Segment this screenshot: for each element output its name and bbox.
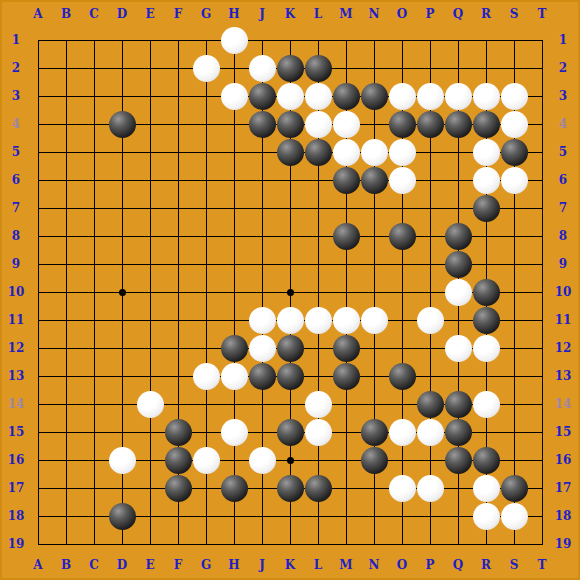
column-label: R: [474, 7, 498, 21]
black-stone-Q9: [445, 251, 472, 278]
white-stone-R18: [473, 503, 500, 530]
row-label: 16: [4, 453, 28, 467]
white-stone-O3: [389, 83, 416, 110]
column-label: Q: [446, 7, 470, 21]
black-stone-Q8: [445, 223, 472, 250]
row-label: 10: [4, 285, 28, 299]
white-stone-G2: [193, 55, 220, 82]
black-stone-L17: [305, 475, 332, 502]
white-stone-H15: [221, 419, 248, 446]
black-stone-D18: [109, 503, 136, 530]
black-stone-R4: [473, 111, 500, 138]
black-stone-K2: [277, 55, 304, 82]
row-label: 19: [4, 537, 28, 551]
row-label: 14: [551, 397, 575, 411]
row-label: 3: [4, 89, 28, 103]
row-label: 10: [551, 285, 575, 299]
white-stone-S3: [501, 83, 528, 110]
black-stone-R7: [473, 195, 500, 222]
black-stone-K4: [277, 111, 304, 138]
black-stone-H17: [221, 475, 248, 502]
black-stone-J4: [249, 111, 276, 138]
black-stone-K17: [277, 475, 304, 502]
white-stone-E14: [137, 391, 164, 418]
column-label: N: [362, 558, 386, 572]
white-stone-R17: [473, 475, 500, 502]
go-board-window: AABBCCDDEEFFGGHHJJKKLLMMNNOOPPQQRRSSTT11…: [0, 0, 580, 580]
column-label: O: [390, 7, 414, 21]
row-label: 17: [551, 481, 575, 495]
column-label: N: [362, 7, 386, 21]
black-stone-R10: [473, 279, 500, 306]
black-stone-J3: [249, 83, 276, 110]
column-label: P: [418, 7, 442, 21]
row-label: 12: [551, 341, 575, 355]
white-stone-H1: [221, 27, 248, 54]
column-label: E: [138, 7, 162, 21]
row-label: 18: [551, 509, 575, 523]
row-label: 17: [4, 481, 28, 495]
star-point: [119, 289, 126, 296]
black-stone-O13: [389, 363, 416, 390]
black-stone-F15: [165, 419, 192, 446]
row-label: 15: [551, 425, 575, 439]
row-label: 4: [551, 117, 575, 131]
row-label: 16: [551, 453, 575, 467]
black-stone-J13: [249, 363, 276, 390]
row-label: 12: [4, 341, 28, 355]
column-label: A: [26, 558, 50, 572]
black-stone-M8: [333, 223, 360, 250]
white-stone-K11: [277, 307, 304, 334]
white-stone-D16: [109, 447, 136, 474]
white-stone-R14: [473, 391, 500, 418]
column-label: H: [222, 7, 246, 21]
row-label: 13: [4, 369, 28, 383]
column-label: S: [502, 7, 526, 21]
white-stone-J2: [249, 55, 276, 82]
white-stone-G16: [193, 447, 220, 474]
black-stone-K5: [277, 139, 304, 166]
column-label: L: [306, 558, 330, 572]
white-stone-R12: [473, 335, 500, 362]
row-label: 7: [4, 201, 28, 215]
white-stone-H13: [221, 363, 248, 390]
column-label: K: [278, 7, 302, 21]
white-stone-Q10: [445, 279, 472, 306]
white-stone-P3: [417, 83, 444, 110]
column-label: Q: [446, 558, 470, 572]
white-stone-M4: [333, 111, 360, 138]
black-stone-O8: [389, 223, 416, 250]
black-stone-S5: [501, 139, 528, 166]
row-label: 1: [551, 33, 575, 47]
white-stone-P11: [417, 307, 444, 334]
white-stone-O5: [389, 139, 416, 166]
white-stone-O15: [389, 419, 416, 446]
black-stone-N16: [361, 447, 388, 474]
black-stone-F17: [165, 475, 192, 502]
black-stone-P4: [417, 111, 444, 138]
row-label: 5: [4, 145, 28, 159]
column-label: T: [530, 558, 554, 572]
column-label: P: [418, 558, 442, 572]
column-label: J: [250, 558, 274, 572]
white-stone-L3: [305, 83, 332, 110]
black-stone-Q15: [445, 419, 472, 446]
black-stone-L2: [305, 55, 332, 82]
row-label: 9: [551, 257, 575, 271]
row-label: 18: [4, 509, 28, 523]
column-label: F: [166, 7, 190, 21]
column-label: B: [54, 7, 78, 21]
white-stone-S18: [501, 503, 528, 530]
white-stone-L15: [305, 419, 332, 446]
white-stone-L4: [305, 111, 332, 138]
white-stone-R5: [473, 139, 500, 166]
white-stone-O6: [389, 167, 416, 194]
black-stone-D4: [109, 111, 136, 138]
row-label: 8: [4, 229, 28, 243]
column-label: S: [502, 558, 526, 572]
white-stone-H3: [221, 83, 248, 110]
row-label: 11: [4, 313, 28, 327]
column-label: D: [110, 7, 134, 21]
white-stone-L14: [305, 391, 332, 418]
white-stone-M5: [333, 139, 360, 166]
black-stone-F16: [165, 447, 192, 474]
row-label: 2: [4, 61, 28, 75]
black-stone-K15: [277, 419, 304, 446]
column-label: M: [334, 7, 358, 21]
white-stone-O17: [389, 475, 416, 502]
black-stone-N3: [361, 83, 388, 110]
row-label: 5: [551, 145, 575, 159]
black-stone-M3: [333, 83, 360, 110]
column-label: D: [110, 558, 134, 572]
row-label: 2: [551, 61, 575, 75]
column-label: B: [54, 558, 78, 572]
black-stone-Q4: [445, 111, 472, 138]
white-stone-M11: [333, 307, 360, 334]
column-label: T: [530, 7, 554, 21]
column-label: J: [250, 7, 274, 21]
star-point: [287, 289, 294, 296]
column-label: A: [26, 7, 50, 21]
black-stone-M12: [333, 335, 360, 362]
black-stone-N15: [361, 419, 388, 446]
white-stone-J11: [249, 307, 276, 334]
black-stone-S17: [501, 475, 528, 502]
white-stone-K3: [277, 83, 304, 110]
black-stone-R11: [473, 307, 500, 334]
column-label: C: [82, 7, 106, 21]
white-stone-G13: [193, 363, 220, 390]
column-label: G: [194, 7, 218, 21]
column-label: C: [82, 558, 106, 572]
white-stone-R3: [473, 83, 500, 110]
white-stone-J16: [249, 447, 276, 474]
white-stone-R6: [473, 167, 500, 194]
row-label: 13: [551, 369, 575, 383]
black-stone-R16: [473, 447, 500, 474]
row-label: 14: [4, 397, 28, 411]
column-label: L: [306, 7, 330, 21]
row-label: 19: [551, 537, 575, 551]
white-stone-Q12: [445, 335, 472, 362]
white-stone-J12: [249, 335, 276, 362]
black-stone-L5: [305, 139, 332, 166]
black-stone-K13: [277, 363, 304, 390]
row-label: 6: [551, 173, 575, 187]
column-label: E: [138, 558, 162, 572]
white-stone-Q3: [445, 83, 472, 110]
black-stone-O4: [389, 111, 416, 138]
column-label: G: [194, 558, 218, 572]
row-label: 8: [551, 229, 575, 243]
row-label: 3: [551, 89, 575, 103]
black-stone-N6: [361, 167, 388, 194]
white-stone-S6: [501, 167, 528, 194]
white-stone-P17: [417, 475, 444, 502]
white-stone-P15: [417, 419, 444, 446]
white-stone-L11: [305, 307, 332, 334]
column-label: R: [474, 558, 498, 572]
row-label: 4: [4, 117, 28, 131]
black-stone-M6: [333, 167, 360, 194]
column-label: F: [166, 558, 190, 572]
column-label: M: [334, 558, 358, 572]
row-label: 1: [4, 33, 28, 47]
row-label: 6: [4, 173, 28, 187]
white-stone-S4: [501, 111, 528, 138]
black-stone-H12: [221, 335, 248, 362]
star-point: [287, 457, 294, 464]
column-label: O: [390, 558, 414, 572]
black-stone-M13: [333, 363, 360, 390]
black-stone-K12: [277, 335, 304, 362]
black-stone-P14: [417, 391, 444, 418]
white-stone-N11: [361, 307, 388, 334]
row-label: 15: [4, 425, 28, 439]
row-label: 9: [4, 257, 28, 271]
black-stone-Q14: [445, 391, 472, 418]
row-label: 11: [551, 313, 575, 327]
column-label: H: [222, 558, 246, 572]
black-stone-Q16: [445, 447, 472, 474]
row-label: 7: [551, 201, 575, 215]
column-label: K: [278, 558, 302, 572]
white-stone-N5: [361, 139, 388, 166]
